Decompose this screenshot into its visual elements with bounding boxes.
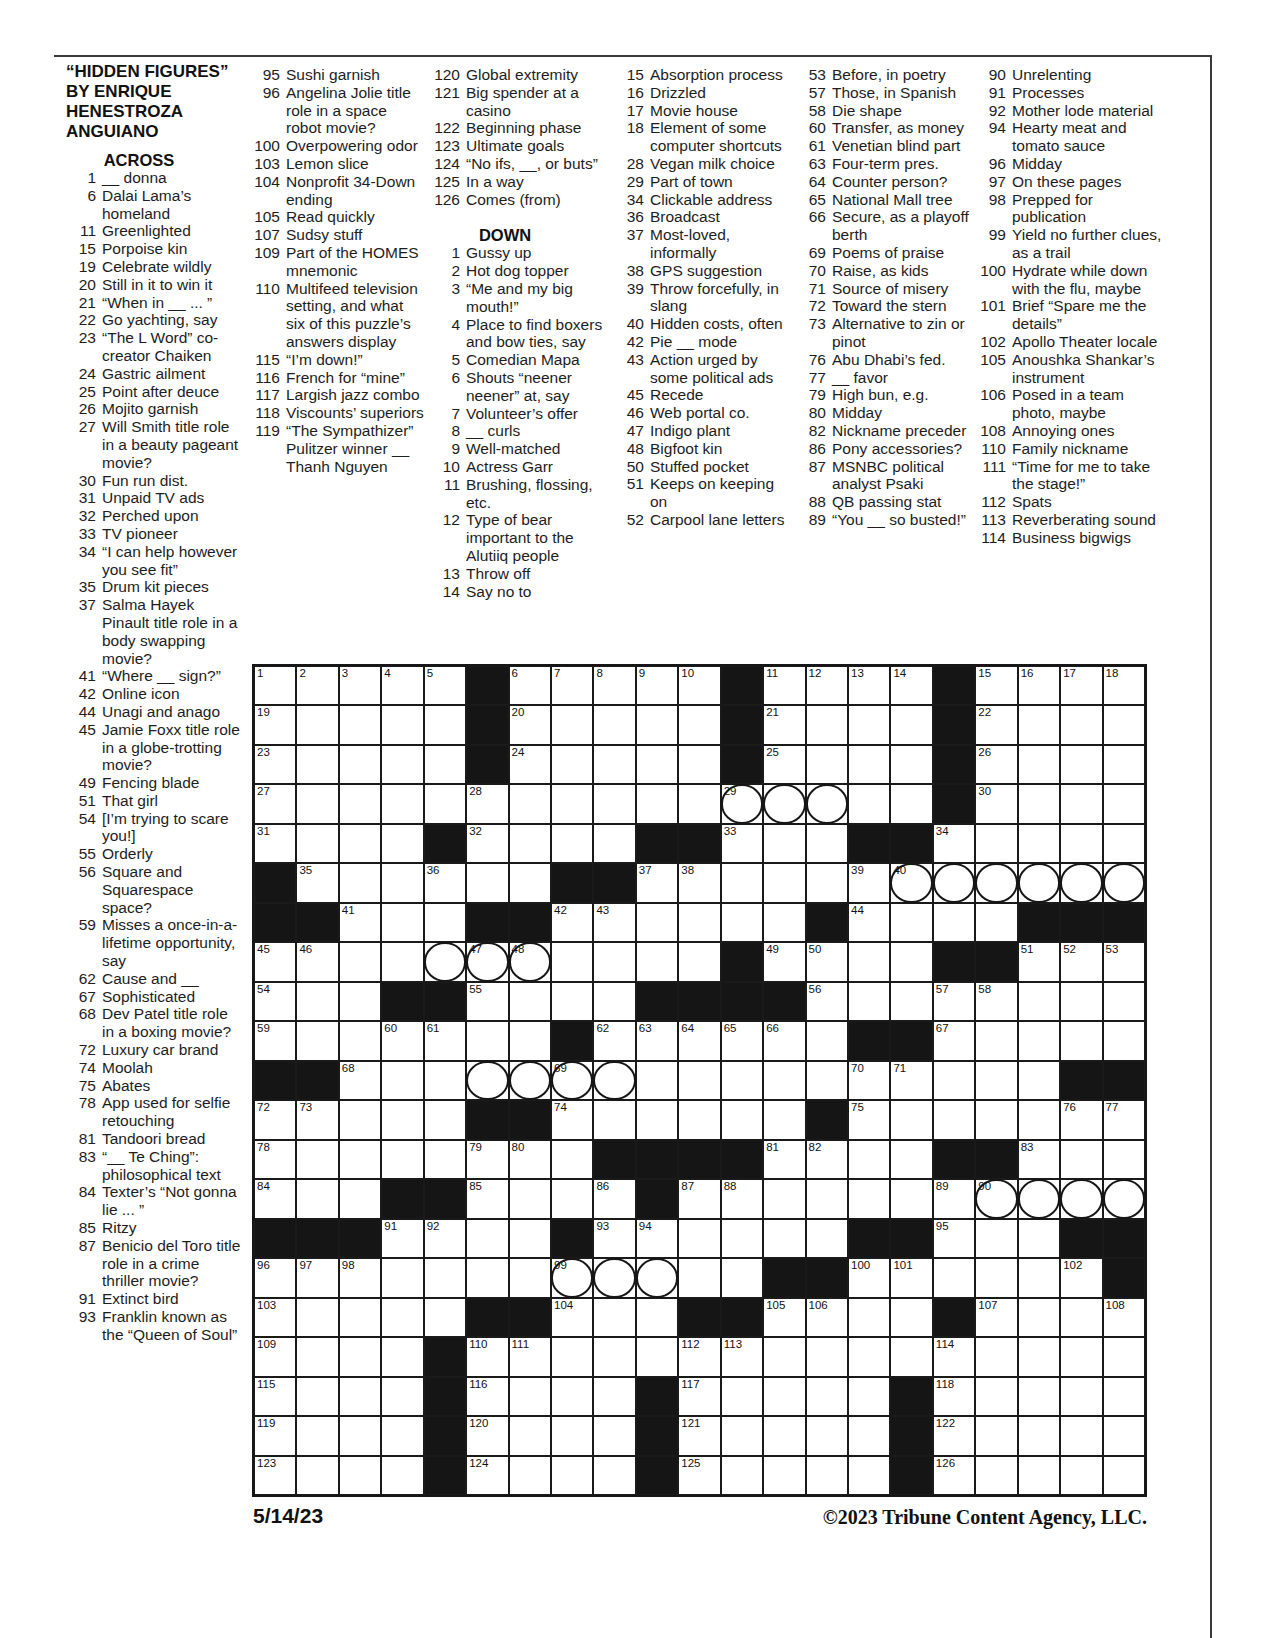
grid-cell[interactable]: 38 (678, 863, 720, 902)
grid-cell[interactable] (721, 1219, 763, 1258)
grid-cell[interactable] (806, 1337, 848, 1376)
grid-cell[interactable] (424, 705, 466, 744)
grid-cell[interactable] (636, 784, 678, 823)
grid-cell[interactable] (339, 1100, 381, 1139)
grid-cell[interactable] (381, 1100, 423, 1139)
grid-cell[interactable] (975, 903, 1017, 942)
grid-cell[interactable] (806, 1021, 848, 1060)
grid-cell[interactable] (1060, 863, 1102, 902)
grid-cell[interactable] (975, 1100, 1017, 1139)
grid-cell[interactable] (466, 1219, 508, 1258)
grid-cell[interactable] (806, 1416, 848, 1455)
grid-cell[interactable] (678, 784, 720, 823)
grid-cell[interactable]: 16 (1018, 666, 1060, 705)
grid-cell[interactable] (339, 1298, 381, 1337)
grid-cell[interactable] (806, 1456, 848, 1495)
grid-cell[interactable]: 26 (975, 745, 1017, 784)
grid-cell[interactable] (509, 1061, 551, 1100)
grid-cell[interactable]: 8 (593, 666, 635, 705)
grid-cell[interactable] (1103, 1337, 1145, 1376)
grid-cell[interactable]: 89 (933, 1179, 975, 1218)
grid-cell[interactable]: 107 (975, 1298, 1017, 1337)
grid-cell[interactable] (848, 745, 890, 784)
grid-cell[interactable]: 51 (1018, 942, 1060, 981)
grid-cell[interactable]: 72 (254, 1100, 296, 1139)
grid-cell[interactable] (593, 1337, 635, 1376)
grid-cell[interactable] (806, 1377, 848, 1416)
grid-cell[interactable] (1060, 982, 1102, 1021)
grid-cell[interactable]: 25 (763, 745, 805, 784)
grid-cell[interactable]: 114 (933, 1337, 975, 1376)
grid-cell[interactable] (806, 863, 848, 902)
grid-cell[interactable] (636, 942, 678, 981)
grid-cell[interactable] (848, 1140, 890, 1179)
grid-cell[interactable] (1018, 705, 1060, 744)
grid-cell[interactable] (848, 1456, 890, 1495)
grid-cell[interactable] (1103, 784, 1145, 823)
grid-cell[interactable]: 22 (975, 705, 1017, 744)
grid-cell[interactable] (1060, 1377, 1102, 1416)
grid-cell[interactable] (381, 824, 423, 863)
grid-cell[interactable] (1018, 1298, 1060, 1337)
grid-cell[interactable] (890, 1140, 932, 1179)
grid-cell[interactable]: 73 (296, 1100, 338, 1139)
grid-cell[interactable]: 75 (848, 1100, 890, 1139)
grid-cell[interactable] (763, 1416, 805, 1455)
grid-cell[interactable] (551, 1337, 593, 1376)
grid-cell[interactable]: 102 (1060, 1258, 1102, 1297)
grid-cell[interactable]: 64 (678, 1021, 720, 1060)
grid-cell[interactable] (551, 1140, 593, 1179)
grid-cell[interactable]: 62 (593, 1021, 635, 1060)
grid-cell[interactable] (381, 903, 423, 942)
grid-cell[interactable]: 2 (296, 666, 338, 705)
grid-cell[interactable] (424, 745, 466, 784)
grid-cell[interactable]: 43 (593, 903, 635, 942)
grid-cell[interactable] (424, 784, 466, 823)
grid-cell[interactable]: 32 (466, 824, 508, 863)
grid-cell[interactable] (509, 1258, 551, 1297)
grid-cell[interactable] (551, 982, 593, 1021)
grid-cell[interactable] (763, 1061, 805, 1100)
grid-cell[interactable] (1060, 1456, 1102, 1495)
grid-cell[interactable] (636, 903, 678, 942)
grid-cell[interactable] (975, 1416, 1017, 1455)
grid-cell[interactable]: 55 (466, 982, 508, 1021)
grid-cell[interactable] (1018, 784, 1060, 823)
grid-cell[interactable]: 27 (254, 784, 296, 823)
grid-cell[interactable]: 33 (721, 824, 763, 863)
grid-cell[interactable]: 44 (848, 903, 890, 942)
grid-cell[interactable]: 99 (551, 1258, 593, 1297)
grid-cell[interactable] (424, 1100, 466, 1139)
grid-cell[interactable]: 125 (678, 1456, 720, 1495)
grid-cell[interactable] (509, 982, 551, 1021)
grid-cell[interactable] (721, 863, 763, 902)
grid-cell[interactable] (339, 863, 381, 902)
grid-cell[interactable]: 14 (890, 666, 932, 705)
grid-cell[interactable]: 68 (339, 1061, 381, 1100)
grid-cell[interactable] (1018, 1100, 1060, 1139)
grid-cell[interactable]: 21 (763, 705, 805, 744)
grid-cell[interactable] (381, 1298, 423, 1337)
grid-cell[interactable]: 67 (933, 1021, 975, 1060)
grid-cell[interactable] (509, 824, 551, 863)
grid-cell[interactable] (1060, 1416, 1102, 1455)
grid-cell[interactable] (381, 1456, 423, 1495)
grid-cell[interactable] (381, 1377, 423, 1416)
grid-cell[interactable] (721, 1061, 763, 1100)
grid-cell[interactable] (1060, 705, 1102, 744)
grid-cell[interactable] (381, 942, 423, 981)
grid-cell[interactable]: 92 (424, 1219, 466, 1258)
grid-cell[interactable]: 69 (551, 1061, 593, 1100)
grid-cell[interactable] (975, 863, 1017, 902)
grid-cell[interactable]: 49 (763, 942, 805, 981)
grid-cell[interactable] (339, 1140, 381, 1179)
grid-cell[interactable] (933, 1258, 975, 1297)
grid-cell[interactable] (339, 982, 381, 1021)
grid-cell[interactable] (424, 903, 466, 942)
grid-cell[interactable] (975, 1337, 1017, 1376)
grid-cell[interactable]: 95 (933, 1219, 975, 1258)
grid-cell[interactable] (848, 1377, 890, 1416)
grid-cell[interactable] (678, 903, 720, 942)
grid-cell[interactable]: 90 (975, 1179, 1017, 1218)
grid-cell[interactable] (339, 784, 381, 823)
grid-cell[interactable] (678, 942, 720, 981)
grid-cell[interactable] (933, 1100, 975, 1139)
grid-cell[interactable] (339, 824, 381, 863)
grid-cell[interactable] (296, 1377, 338, 1416)
grid-cell[interactable] (1103, 1377, 1145, 1416)
grid-cell[interactable]: 60 (381, 1021, 423, 1060)
grid-cell[interactable]: 100 (848, 1258, 890, 1297)
grid-cell[interactable] (721, 1258, 763, 1297)
grid-cell[interactable] (593, 1298, 635, 1337)
grid-cell[interactable] (339, 1377, 381, 1416)
grid-cell[interactable] (721, 1456, 763, 1495)
grid-cell[interactable] (381, 705, 423, 744)
grid-cell[interactable] (1103, 1021, 1145, 1060)
grid-cell[interactable]: 15 (975, 666, 1017, 705)
grid-cell[interactable]: 39 (848, 863, 890, 902)
grid-cell[interactable] (381, 745, 423, 784)
grid-cell[interactable] (975, 1219, 1017, 1258)
grid-cell[interactable]: 96 (254, 1258, 296, 1297)
grid-cell[interactable]: 31 (254, 824, 296, 863)
grid-cell[interactable] (593, 982, 635, 1021)
grid-cell[interactable] (763, 903, 805, 942)
grid-cell[interactable] (636, 1298, 678, 1337)
grid-cell[interactable]: 19 (254, 705, 296, 744)
grid-cell[interactable] (466, 1258, 508, 1297)
grid-cell[interactable] (593, 1377, 635, 1416)
grid-cell[interactable] (381, 1140, 423, 1179)
grid-cell[interactable] (296, 1416, 338, 1455)
grid-cell[interactable] (339, 745, 381, 784)
grid-cell[interactable] (1018, 1416, 1060, 1455)
grid-cell[interactable] (551, 745, 593, 784)
grid-cell[interactable] (806, 745, 848, 784)
grid-cell[interactable] (890, 942, 932, 981)
grid-cell[interactable]: 118 (933, 1377, 975, 1416)
grid-cell[interactable] (551, 784, 593, 823)
grid-cell[interactable] (763, 1337, 805, 1376)
grid-cell[interactable] (593, 1456, 635, 1495)
grid-cell[interactable]: 101 (890, 1258, 932, 1297)
grid-cell[interactable] (1018, 1337, 1060, 1376)
grid-cell[interactable]: 97 (296, 1258, 338, 1297)
grid-cell[interactable] (678, 705, 720, 744)
grid-cell[interactable] (296, 1337, 338, 1376)
grid-cell[interactable]: 48 (509, 942, 551, 981)
grid-cell[interactable] (636, 1258, 678, 1297)
grid-cell[interactable] (1103, 1140, 1145, 1179)
grid-cell[interactable] (763, 1179, 805, 1218)
grid-cell[interactable] (848, 1298, 890, 1337)
grid-cell[interactable] (424, 1298, 466, 1337)
grid-cell[interactable]: 111 (509, 1337, 551, 1376)
grid-cell[interactable]: 66 (763, 1021, 805, 1060)
grid-cell[interactable] (509, 1416, 551, 1455)
grid-cell[interactable] (975, 1061, 1017, 1100)
grid-cell[interactable]: 34 (933, 824, 975, 863)
grid-cell[interactable] (721, 1416, 763, 1455)
grid-cell[interactable] (1018, 824, 1060, 863)
grid-cell[interactable] (593, 745, 635, 784)
grid-cell[interactable] (593, 705, 635, 744)
grid-cell[interactable] (509, 1179, 551, 1218)
grid-cell[interactable]: 115 (254, 1377, 296, 1416)
grid-cell[interactable]: 41 (339, 903, 381, 942)
grid-cell[interactable] (636, 1100, 678, 1139)
grid-cell[interactable] (296, 745, 338, 784)
grid-cell[interactable]: 108 (1103, 1298, 1145, 1337)
grid-cell[interactable] (296, 982, 338, 1021)
grid-cell[interactable] (339, 705, 381, 744)
grid-cell[interactable]: 58 (975, 982, 1017, 1021)
grid-cell[interactable]: 106 (806, 1298, 848, 1337)
grid-cell[interactable] (381, 1337, 423, 1376)
grid-cell[interactable] (593, 1100, 635, 1139)
grid-cell[interactable]: 45 (254, 942, 296, 981)
grid-cell[interactable] (975, 1021, 1017, 1060)
grid-cell[interactable]: 117 (678, 1377, 720, 1416)
grid-cell[interactable]: 29 (721, 784, 763, 823)
grid-cell[interactable]: 36 (424, 863, 466, 902)
grid-cell[interactable]: 83 (1018, 1140, 1060, 1179)
grid-cell[interactable]: 65 (721, 1021, 763, 1060)
grid-cell[interactable] (296, 824, 338, 863)
grid-cell[interactable] (1103, 863, 1145, 902)
grid-cell[interactable]: 79 (466, 1140, 508, 1179)
grid-cell[interactable] (551, 1377, 593, 1416)
grid-cell[interactable]: 88 (721, 1179, 763, 1218)
grid-cell[interactable]: 71 (890, 1061, 932, 1100)
grid-cell[interactable] (933, 903, 975, 942)
grid-cell[interactable]: 5 (424, 666, 466, 705)
grid-cell[interactable] (1103, 745, 1145, 784)
grid-cell[interactable] (466, 1021, 508, 1060)
grid-cell[interactable] (848, 982, 890, 1021)
grid-cell[interactable]: 94 (636, 1219, 678, 1258)
grid-cell[interactable]: 78 (254, 1140, 296, 1179)
grid-cell[interactable]: 3 (339, 666, 381, 705)
grid-cell[interactable]: 104 (551, 1298, 593, 1337)
grid-cell[interactable] (848, 1179, 890, 1218)
grid-cell[interactable]: 23 (254, 745, 296, 784)
grid-cell[interactable]: 91 (381, 1219, 423, 1258)
grid-cell[interactable] (1018, 1377, 1060, 1416)
grid-cell[interactable] (975, 1377, 1017, 1416)
grid-cell[interactable] (1018, 863, 1060, 902)
grid-cell[interactable] (848, 1416, 890, 1455)
grid-cell[interactable] (551, 705, 593, 744)
grid-cell[interactable]: 40 (890, 863, 932, 902)
grid-cell[interactable] (975, 1258, 1017, 1297)
grid-cell[interactable]: 10 (678, 666, 720, 705)
grid-cell[interactable] (1103, 1456, 1145, 1495)
grid-cell[interactable] (1060, 1021, 1102, 1060)
grid-cell[interactable] (509, 1021, 551, 1060)
grid-cell[interactable] (339, 942, 381, 981)
grid-cell[interactable] (339, 1179, 381, 1218)
grid-cell[interactable] (424, 1140, 466, 1179)
grid-cell[interactable] (890, 1298, 932, 1337)
grid-cell[interactable]: 4 (381, 666, 423, 705)
grid-cell[interactable] (509, 1456, 551, 1495)
grid-cell[interactable]: 103 (254, 1298, 296, 1337)
grid-cell[interactable] (806, 784, 848, 823)
grid-cell[interactable] (636, 705, 678, 744)
grid-cell[interactable]: 57 (933, 982, 975, 1021)
grid-cell[interactable] (890, 745, 932, 784)
grid-cell[interactable] (975, 1456, 1017, 1495)
grid-cell[interactable]: 1 (254, 666, 296, 705)
grid-cell[interactable]: 80 (509, 1140, 551, 1179)
grid-cell[interactable] (551, 1456, 593, 1495)
grid-cell[interactable] (1103, 824, 1145, 863)
grid-cell[interactable] (636, 745, 678, 784)
grid-cell[interactable] (593, 824, 635, 863)
grid-cell[interactable] (339, 1416, 381, 1455)
grid-cell[interactable]: 47 (466, 942, 508, 981)
grid-cell[interactable] (933, 863, 975, 902)
grid-cell[interactable] (890, 982, 932, 1021)
grid-cell[interactable]: 50 (806, 942, 848, 981)
grid-cell[interactable]: 122 (933, 1416, 975, 1455)
grid-cell[interactable] (339, 1456, 381, 1495)
grid-cell[interactable] (933, 1061, 975, 1100)
grid-cell[interactable] (1060, 784, 1102, 823)
grid-cell[interactable] (848, 784, 890, 823)
grid-cell[interactable]: 74 (551, 1100, 593, 1139)
grid-cell[interactable] (763, 1219, 805, 1258)
grid-cell[interactable]: 121 (678, 1416, 720, 1455)
grid-cell[interactable] (1060, 1337, 1102, 1376)
grid-cell[interactable] (1018, 1456, 1060, 1495)
grid-cell[interactable] (763, 824, 805, 863)
grid-cell[interactable] (381, 1061, 423, 1100)
grid-cell[interactable] (1103, 982, 1145, 1021)
grid-cell[interactable]: 110 (466, 1337, 508, 1376)
grid-cell[interactable]: 18 (1103, 666, 1145, 705)
grid-cell[interactable] (296, 1298, 338, 1337)
grid-cell[interactable] (1103, 1416, 1145, 1455)
grid-cell[interactable] (678, 1100, 720, 1139)
grid-cell[interactable] (848, 1337, 890, 1376)
grid-cell[interactable] (678, 1219, 720, 1258)
grid-cell[interactable]: 63 (636, 1021, 678, 1060)
grid-cell[interactable] (509, 1377, 551, 1416)
grid-cell[interactable]: 52 (1060, 942, 1102, 981)
grid-cell[interactable] (806, 1219, 848, 1258)
grid-cell[interactable]: 20 (509, 705, 551, 744)
grid-cell[interactable] (593, 1061, 635, 1100)
grid-cell[interactable] (551, 1416, 593, 1455)
grid-cell[interactable] (806, 1061, 848, 1100)
grid-cell[interactable]: 70 (848, 1061, 890, 1100)
grid-cell[interactable]: 113 (721, 1337, 763, 1376)
grid-cell[interactable] (763, 1456, 805, 1495)
grid-cell[interactable] (678, 1258, 720, 1297)
grid-cell[interactable]: 105 (763, 1298, 805, 1337)
grid-cell[interactable]: 120 (466, 1416, 508, 1455)
grid-cell[interactable] (424, 942, 466, 981)
grid-cell[interactable] (381, 1258, 423, 1297)
grid-cell[interactable] (593, 942, 635, 981)
grid-cell[interactable] (1103, 1179, 1145, 1218)
grid-cell[interactable] (890, 903, 932, 942)
grid-cell[interactable] (975, 824, 1017, 863)
grid-cell[interactable] (509, 1219, 551, 1258)
grid-cell[interactable] (1018, 745, 1060, 784)
grid-cell[interactable] (763, 1100, 805, 1139)
grid-cell[interactable] (1103, 705, 1145, 744)
grid-cell[interactable] (1060, 1140, 1102, 1179)
grid-cell[interactable] (296, 705, 338, 744)
grid-cell[interactable] (636, 1337, 678, 1376)
grid-cell[interactable] (296, 1140, 338, 1179)
grid-cell[interactable] (551, 824, 593, 863)
grid-cell[interactable]: 56 (806, 982, 848, 1021)
grid-cell[interactable]: 35 (296, 863, 338, 902)
grid-cell[interactable] (296, 784, 338, 823)
grid-cell[interactable] (509, 863, 551, 902)
grid-cell[interactable]: 7 (551, 666, 593, 705)
grid-cell[interactable]: 30 (975, 784, 1017, 823)
grid-cell[interactable] (890, 705, 932, 744)
grid-cell[interactable] (1060, 1298, 1102, 1337)
grid-cell[interactable] (381, 784, 423, 823)
grid-cell[interactable] (890, 1179, 932, 1218)
grid-cell[interactable] (593, 1258, 635, 1297)
grid-cell[interactable] (1018, 1179, 1060, 1218)
grid-cell[interactable] (763, 784, 805, 823)
grid-cell[interactable] (593, 784, 635, 823)
grid-cell[interactable]: 112 (678, 1337, 720, 1376)
grid-cell[interactable]: 28 (466, 784, 508, 823)
grid-cell[interactable] (1018, 1258, 1060, 1297)
grid-cell[interactable]: 123 (254, 1456, 296, 1495)
grid-cell[interactable] (636, 1061, 678, 1100)
grid-cell[interactable]: 53 (1103, 942, 1145, 981)
grid-cell[interactable]: 42 (551, 903, 593, 942)
grid-cell[interactable] (466, 863, 508, 902)
grid-cell[interactable] (296, 1456, 338, 1495)
grid-cell[interactable]: 81 (763, 1140, 805, 1179)
